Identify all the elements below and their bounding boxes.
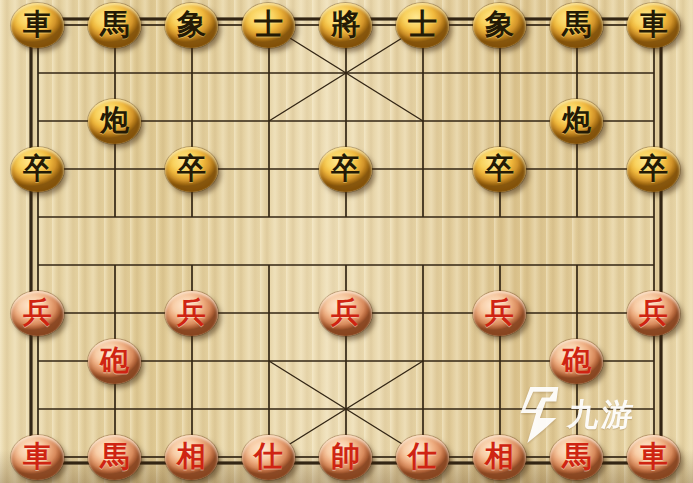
piece-label: 馬	[562, 10, 591, 39]
piece-label: 馬	[562, 442, 591, 471]
piece-red-soldier[interactable]: 兵	[165, 291, 218, 336]
piece-label: 炮	[100, 106, 129, 135]
piece-black-advisor[interactable]: 士	[396, 3, 449, 48]
piece-label: 仕	[254, 442, 283, 471]
piece-label: 卒	[331, 154, 360, 183]
piece-red-horse[interactable]: 馬	[550, 435, 603, 480]
piece-label: 車	[639, 10, 668, 39]
piece-red-general[interactable]: 帥	[319, 435, 372, 480]
piece-label: 卒	[23, 154, 52, 183]
piece-red-horse[interactable]: 馬	[88, 435, 141, 480]
piece-label: 砲	[562, 346, 591, 375]
piece-label: 炮	[562, 106, 591, 135]
piece-black-soldier[interactable]: 卒	[627, 147, 680, 192]
piece-red-cannon[interactable]: 砲	[550, 339, 603, 384]
piece-label: 兵	[23, 298, 52, 327]
piece-black-cannon[interactable]: 炮	[88, 99, 141, 144]
piece-label: 兵	[331, 298, 360, 327]
piece-black-cannon[interactable]: 炮	[550, 99, 603, 144]
piece-black-soldier[interactable]: 卒	[11, 147, 64, 192]
piece-label: 將	[331, 10, 360, 39]
piece-red-soldier[interactable]: 兵	[11, 291, 64, 336]
piece-label: 車	[23, 10, 52, 39]
piece-label: 砲	[100, 346, 129, 375]
piece-black-soldier[interactable]: 卒	[473, 147, 526, 192]
piece-red-chariot[interactable]: 車	[627, 435, 680, 480]
piece-label: 卒	[177, 154, 206, 183]
piece-red-advisor[interactable]: 仕	[396, 435, 449, 480]
piece-label: 象	[485, 10, 514, 39]
piece-black-soldier[interactable]: 卒	[165, 147, 218, 192]
piece-label: 帥	[331, 442, 360, 471]
piece-label: 卒	[639, 154, 668, 183]
piece-label: 士	[254, 10, 283, 39]
piece-black-chariot[interactable]: 車	[627, 3, 680, 48]
pieces-layer: 車馬象士將士象馬車炮炮卒卒卒卒卒兵兵兵兵兵砲砲車馬相仕帥仕相馬車	[0, 1, 692, 481]
piece-red-elephant[interactable]: 相	[165, 435, 218, 480]
piece-red-advisor[interactable]: 仕	[242, 435, 295, 480]
piece-label: 馬	[100, 442, 129, 471]
piece-red-elephant[interactable]: 相	[473, 435, 526, 480]
piece-red-soldier[interactable]: 兵	[319, 291, 372, 336]
piece-red-soldier[interactable]: 兵	[473, 291, 526, 336]
piece-label: 馬	[100, 10, 129, 39]
piece-red-chariot[interactable]: 車	[11, 435, 64, 480]
piece-label: 車	[23, 442, 52, 471]
piece-black-general[interactable]: 將	[319, 3, 372, 48]
piece-black-elephant[interactable]: 象	[473, 3, 526, 48]
piece-label: 卒	[485, 154, 514, 183]
piece-label: 兵	[639, 298, 668, 327]
piece-black-elephant[interactable]: 象	[165, 3, 218, 48]
piece-black-advisor[interactable]: 士	[242, 3, 295, 48]
piece-black-horse[interactable]: 馬	[550, 3, 603, 48]
piece-label: 相	[485, 442, 514, 471]
piece-label: 兵	[485, 298, 514, 327]
piece-label: 相	[177, 442, 206, 471]
piece-label: 車	[639, 442, 668, 471]
piece-black-soldier[interactable]: 卒	[319, 147, 372, 192]
piece-red-soldier[interactable]: 兵	[627, 291, 680, 336]
piece-label: 象	[177, 10, 206, 39]
piece-black-horse[interactable]: 馬	[88, 3, 141, 48]
xiangqi-board[interactable]: 車馬象士將士象馬車炮炮卒卒卒卒卒兵兵兵兵兵砲砲車馬相仕帥仕相馬車 九游	[0, 0, 693, 483]
piece-label: 仕	[408, 442, 437, 471]
piece-label: 兵	[177, 298, 206, 327]
piece-label: 士	[408, 10, 437, 39]
piece-black-chariot[interactable]: 車	[11, 3, 64, 48]
piece-red-cannon[interactable]: 砲	[88, 339, 141, 384]
